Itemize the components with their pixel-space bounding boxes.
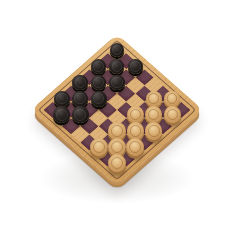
checker-piece-black[interactable]	[54, 91, 70, 107]
product-photo-stage	[0, 0, 228, 228]
checker-piece-wood[interactable]	[90, 138, 108, 156]
checker-piece-wood[interactable]	[146, 91, 162, 107]
checker-piece-black[interactable]	[109, 75, 125, 91]
checker-piece-black[interactable]	[72, 106, 89, 123]
checker-piece-wood[interactable]	[145, 122, 162, 139]
checker-piece-black[interactable]	[91, 59, 106, 74]
checker-piece-black[interactable]	[72, 91, 88, 107]
checker-piece-black[interactable]	[91, 91, 107, 107]
checker-piece-wood[interactable]	[164, 91, 180, 107]
checker-piece-wood[interactable]	[127, 122, 144, 139]
checker-piece-wood[interactable]	[108, 122, 125, 139]
checker-piece-wood[interactable]	[127, 106, 144, 123]
checker-piece-black[interactable]	[128, 59, 143, 74]
checker-piece-wood[interactable]	[164, 106, 181, 123]
